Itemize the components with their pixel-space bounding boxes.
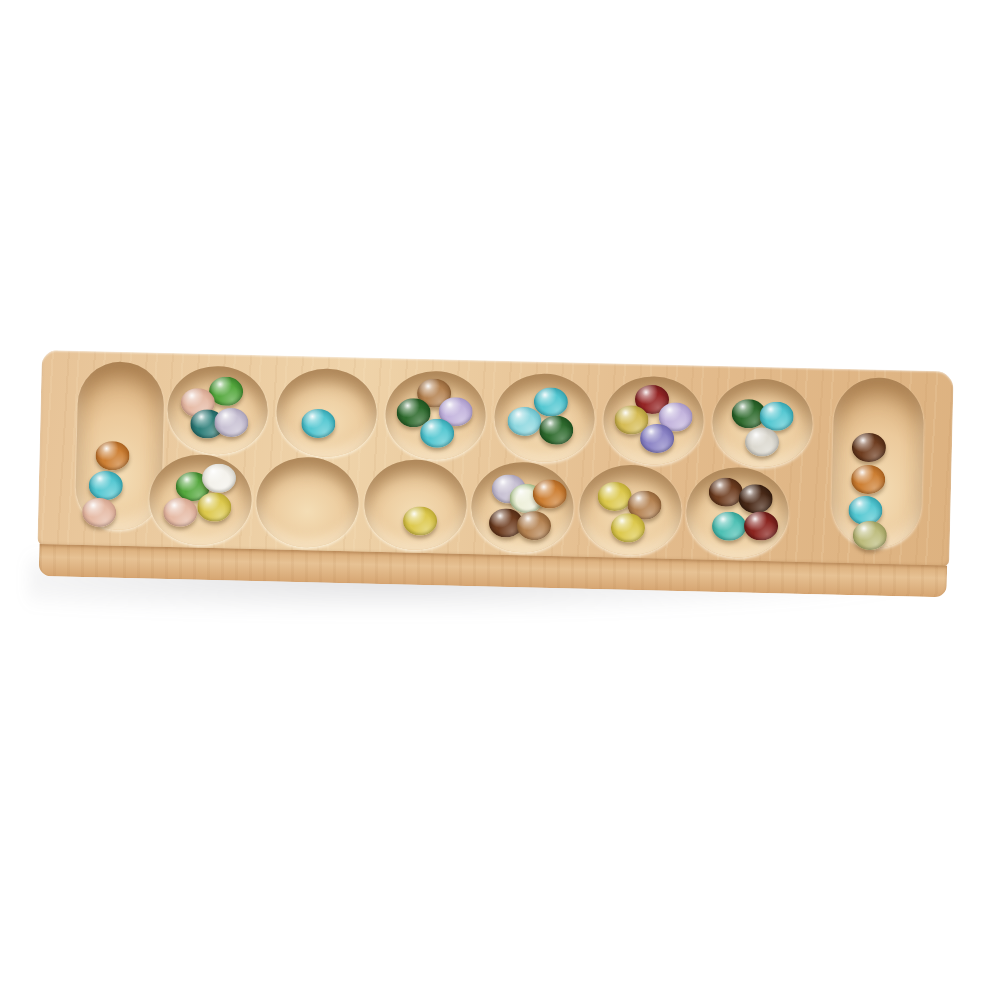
pit-bottom-2[interactable] <box>255 456 359 548</box>
pit-bottom-3[interactable] <box>363 459 467 551</box>
glass-stone-teal <box>301 408 336 438</box>
board-top-surface <box>37 350 953 567</box>
pit-top-1[interactable] <box>167 365 269 455</box>
pit-top-6[interactable] <box>711 378 813 468</box>
glass-stone-clear <box>745 427 780 457</box>
pit-bottom-4[interactable] <box>470 461 574 553</box>
glass-stone-white <box>202 464 237 494</box>
pit-bottom-5[interactable] <box>578 464 682 556</box>
glass-stone-yellow <box>597 482 632 512</box>
glass-stone-teal <box>534 387 569 417</box>
glass-stone-pink <box>162 497 197 527</box>
glass-stone-brown <box>517 511 552 541</box>
glass-stone-yellow <box>403 506 438 536</box>
glass-stone-amber <box>532 479 567 509</box>
glass-stone-blackbrown <box>739 484 774 514</box>
glass-stone-darkgreen <box>539 416 574 446</box>
glass-stone-silver <box>214 408 249 438</box>
glass-stone-yellow <box>611 513 646 543</box>
glass-stone-violet <box>640 423 675 453</box>
photo-stage <box>0 0 1000 1000</box>
glass-stone-olive <box>852 521 887 551</box>
glass-stone-teal <box>759 401 794 431</box>
glass-stone-amber <box>851 465 886 495</box>
pit-top-5[interactable] <box>602 375 704 465</box>
mancala-board <box>37 350 954 601</box>
glass-stone-amber <box>95 441 130 471</box>
store-right[interactable] <box>831 377 925 549</box>
glass-stone-darkbrown <box>708 477 743 507</box>
glass-stone-turquoise <box>712 512 747 542</box>
pit-top-3[interactable] <box>385 370 487 460</box>
pit-bottom-6[interactable] <box>685 466 789 558</box>
glass-stone-darkred <box>744 511 779 541</box>
glass-stone-yellow <box>197 492 232 522</box>
pit-bottom-1[interactable] <box>148 454 252 546</box>
glass-stone-pink <box>82 498 117 528</box>
glass-stone-aqua <box>507 407 542 437</box>
pit-top-2[interactable] <box>276 368 378 458</box>
glass-stone-teal <box>420 418 455 448</box>
pit-top-4[interactable] <box>494 373 596 463</box>
glass-stone-teal <box>89 471 124 501</box>
glass-stone-darkbrown <box>852 432 887 462</box>
